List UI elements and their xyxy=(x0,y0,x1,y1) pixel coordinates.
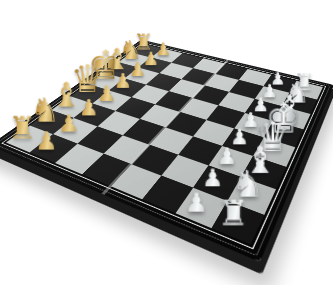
square-e1: ♚ xyxy=(264,121,303,147)
board-squares: ♜♟♟♜♞♟♟♞♝♟♟♝♚♟♟♚♛♟♟♛♝♟♟♝♞♟♟♞♜♟♟♜ xyxy=(6,44,323,245)
square-h1: ♜ xyxy=(290,81,323,100)
silver-pawn: ♟ xyxy=(265,70,291,87)
photo-scene: ♜♟♟♜♞♟♟♞♝♟♟♝♚♟♟♚♛♟♟♛♝♟♟♝♞♟♟♞♜♟♟♜ xyxy=(0,0,333,285)
gold-rook: ♜ xyxy=(132,31,155,53)
gold-king: ♚ xyxy=(88,45,114,85)
gold-rook: ♜ xyxy=(6,113,38,144)
silver-rook: ♜ xyxy=(291,71,318,94)
chess-board: ♜♟♟♜♞♟♟♞♝♟♟♝♚♟♟♚♛♟♟♛♝♟♟♝♞♟♟♞♜♟♟♜ xyxy=(0,40,333,263)
